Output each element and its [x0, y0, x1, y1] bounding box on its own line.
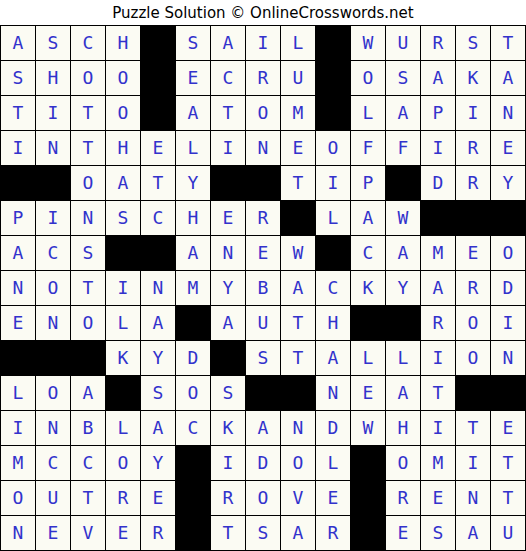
letter-cell: M — [421, 446, 455, 480]
letter-cell: N — [71, 201, 105, 235]
letter-cell: I — [421, 411, 455, 445]
black-cell — [1, 341, 35, 375]
letter-cell: P — [1, 201, 35, 235]
black-cell — [141, 236, 175, 270]
letter-cell: O — [71, 61, 105, 95]
black-cell — [211, 166, 245, 200]
letter-cell: E — [491, 411, 525, 445]
letter-cell: W — [281, 236, 315, 270]
black-cell — [141, 96, 175, 130]
letter-cell: E — [456, 236, 490, 270]
letter-cell: R — [456, 271, 490, 305]
letter-cell: P — [421, 96, 455, 130]
letter-cell: O — [36, 271, 70, 305]
letter-cell: I — [316, 166, 350, 200]
letter-cell: I — [456, 96, 490, 130]
letter-cell: T — [71, 96, 105, 130]
letter-cell: I — [36, 201, 70, 235]
letter-cell: I — [1, 411, 35, 445]
letter-cell: D — [421, 166, 455, 200]
letter-cell: A — [316, 341, 350, 375]
letter-cell: O — [106, 96, 140, 130]
letter-cell: N — [36, 131, 70, 165]
letter-cell: L — [176, 131, 210, 165]
letter-cell: I — [1, 131, 35, 165]
letter-cell: A — [456, 516, 490, 550]
letter-cell: E — [141, 481, 175, 515]
letter-cell: F — [386, 131, 420, 165]
letter-cell: W — [351, 26, 385, 60]
letter-cell: T — [141, 166, 175, 200]
letter-cell: S — [141, 376, 175, 410]
letter-cell: H — [386, 411, 420, 445]
black-cell — [316, 61, 350, 95]
letter-cell: R — [141, 516, 175, 550]
letter-cell: E — [141, 131, 175, 165]
letter-cell: A — [176, 236, 210, 270]
letter-cell: T — [281, 306, 315, 340]
letter-cell: L — [106, 306, 140, 340]
letter-cell: O — [316, 131, 350, 165]
letter-cell: A — [491, 61, 525, 95]
letter-cell: L — [281, 26, 315, 60]
letter-cell: L — [386, 341, 420, 375]
letter-cell: I — [421, 341, 455, 375]
black-cell — [211, 341, 245, 375]
letter-cell: L — [351, 96, 385, 130]
crossword-grid: ASCHSAILWURSTSHOOECRUOSAKATITOATOMLAPINI… — [0, 25, 526, 551]
letter-cell: C — [71, 26, 105, 60]
black-cell — [106, 236, 140, 270]
letter-cell: A — [421, 61, 455, 95]
letter-cell: D — [176, 341, 210, 375]
letter-cell: E — [176, 61, 210, 95]
letter-cell: A — [386, 236, 420, 270]
letter-cell: L — [351, 341, 385, 375]
letter-cell: C — [351, 236, 385, 270]
letter-cell: O — [106, 61, 140, 95]
letter-cell: L — [1, 376, 35, 410]
black-cell — [281, 376, 315, 410]
letter-cell: Y — [141, 341, 175, 375]
black-cell — [176, 516, 210, 550]
letter-cell: R — [456, 166, 490, 200]
letter-cell: I — [211, 131, 245, 165]
letter-cell: A — [421, 271, 455, 305]
black-cell — [316, 236, 350, 270]
letter-cell: W — [351, 411, 385, 445]
letter-cell: A — [281, 271, 315, 305]
letter-cell: R — [211, 481, 245, 515]
letter-cell: N — [141, 271, 175, 305]
black-cell — [491, 376, 525, 410]
letter-cell: A — [176, 96, 210, 130]
letter-cell: U — [281, 61, 315, 95]
letter-cell: I — [106, 271, 140, 305]
letter-cell: N — [281, 411, 315, 445]
black-cell — [456, 376, 490, 410]
letter-cell: T — [491, 26, 525, 60]
letter-cell: N — [456, 481, 490, 515]
letter-cell: K — [211, 411, 245, 445]
letter-cell: Y — [491, 166, 525, 200]
letter-cell: O — [36, 376, 70, 410]
black-cell — [281, 201, 315, 235]
letter-cell: P — [351, 166, 385, 200]
letter-cell: E — [36, 516, 70, 550]
letter-cell: O — [71, 306, 105, 340]
letter-cell: N — [491, 341, 525, 375]
letter-cell: Y — [141, 446, 175, 480]
letter-cell: E — [246, 236, 280, 270]
black-cell — [351, 481, 385, 515]
letter-cell: T — [211, 516, 245, 550]
letter-cell: A — [211, 26, 245, 60]
black-cell — [1, 166, 35, 200]
letter-cell: R — [246, 61, 280, 95]
black-cell — [71, 341, 105, 375]
letter-cell: N — [1, 271, 35, 305]
letter-cell: A — [106, 166, 140, 200]
black-cell — [141, 26, 175, 60]
letter-cell: A — [71, 376, 105, 410]
letter-cell: Y — [211, 271, 245, 305]
letter-cell: O — [1, 481, 35, 515]
letter-cell: N — [211, 236, 245, 270]
letter-cell: H — [36, 61, 70, 95]
letter-cell: I — [456, 446, 490, 480]
letter-cell: E — [281, 131, 315, 165]
letter-cell: I — [36, 96, 70, 130]
letter-cell: H — [106, 26, 140, 60]
letter-cell: T — [211, 96, 245, 130]
letter-cell: S — [36, 26, 70, 60]
black-cell — [176, 446, 210, 480]
letter-cell: E — [1, 306, 35, 340]
letter-cell: D — [316, 411, 350, 445]
letter-cell: I — [211, 446, 245, 480]
letter-cell: O — [386, 446, 420, 480]
letter-cell: A — [386, 96, 420, 130]
letter-cell: T — [491, 481, 525, 515]
letter-cell: S — [71, 236, 105, 270]
black-cell — [141, 61, 175, 95]
letter-cell: O — [281, 446, 315, 480]
letter-cell: A — [141, 306, 175, 340]
letter-cell: S — [106, 201, 140, 235]
letter-cell: T — [281, 341, 315, 375]
letter-cell: R — [316, 516, 350, 550]
letter-cell: T — [71, 131, 105, 165]
letter-cell: C — [316, 271, 350, 305]
letter-cell: W — [386, 201, 420, 235]
letter-cell: K — [351, 271, 385, 305]
letter-cell: A — [1, 236, 35, 270]
letter-cell: C — [36, 446, 70, 480]
letter-cell: T — [71, 481, 105, 515]
letter-cell: R — [106, 481, 140, 515]
letter-cell: V — [281, 481, 315, 515]
black-cell — [386, 166, 420, 200]
letter-cell: A — [351, 201, 385, 235]
black-cell — [491, 201, 525, 235]
letter-cell: O — [456, 341, 490, 375]
letter-cell: M — [176, 271, 210, 305]
letter-cell: S — [246, 341, 280, 375]
letter-cell: O — [456, 306, 490, 340]
letter-cell: S — [176, 26, 210, 60]
letter-cell: A — [141, 411, 175, 445]
letter-cell: C — [71, 446, 105, 480]
black-cell — [36, 341, 70, 375]
black-cell — [36, 166, 70, 200]
black-cell — [316, 96, 350, 130]
letter-cell: T — [71, 271, 105, 305]
letter-cell: T — [1, 96, 35, 130]
letter-cell: O — [176, 376, 210, 410]
letter-cell: N — [36, 411, 70, 445]
letter-cell: L — [106, 411, 140, 445]
black-cell — [456, 201, 490, 235]
black-cell — [386, 306, 420, 340]
letter-cell: A — [211, 306, 245, 340]
letter-cell: S — [421, 516, 455, 550]
letter-cell: O — [246, 96, 280, 130]
letter-cell: C — [141, 201, 175, 235]
letter-cell: T — [456, 411, 490, 445]
black-cell — [106, 376, 140, 410]
letter-cell: O — [351, 61, 385, 95]
letter-cell: T — [421, 376, 455, 410]
letter-cell: L — [316, 201, 350, 235]
letter-cell: K — [106, 341, 140, 375]
letter-cell: O — [106, 446, 140, 480]
letter-cell: F — [351, 131, 385, 165]
black-cell — [176, 481, 210, 515]
letter-cell: M — [1, 446, 35, 480]
letter-cell: D — [491, 271, 525, 305]
letter-cell: A — [386, 376, 420, 410]
letter-cell: N — [36, 306, 70, 340]
letter-cell: A — [281, 516, 315, 550]
page-title: Puzzle Solution © OnlineCrosswords.net — [0, 0, 526, 25]
black-cell — [246, 376, 280, 410]
letter-cell: U — [386, 26, 420, 60]
letter-cell: E — [106, 516, 140, 550]
puzzle-solution-page: Puzzle Solution © OnlineCrosswords.net A… — [0, 0, 526, 551]
letter-cell: V — [71, 516, 105, 550]
letter-cell: U — [36, 481, 70, 515]
letter-cell: A — [1, 26, 35, 60]
black-cell — [351, 446, 385, 480]
letter-cell: N — [316, 376, 350, 410]
letter-cell: R — [456, 131, 490, 165]
black-cell — [316, 26, 350, 60]
letter-cell: E — [421, 481, 455, 515]
letter-cell: E — [351, 376, 385, 410]
letter-cell: M — [421, 236, 455, 270]
letter-cell: H — [316, 306, 350, 340]
letter-cell: Y — [386, 271, 420, 305]
letter-cell: I — [421, 131, 455, 165]
black-cell — [351, 306, 385, 340]
letter-cell: N — [1, 516, 35, 550]
letter-cell: O — [491, 236, 525, 270]
letter-cell: A — [246, 411, 280, 445]
letter-cell: S — [456, 26, 490, 60]
letter-cell: U — [246, 306, 280, 340]
letter-cell: L — [316, 446, 350, 480]
letter-cell: R — [386, 481, 420, 515]
letter-cell: S — [386, 61, 420, 95]
letter-cell: N — [246, 131, 280, 165]
letter-cell: H — [106, 131, 140, 165]
letter-cell: N — [491, 96, 525, 130]
letter-cell: U — [491, 516, 525, 550]
black-cell — [176, 306, 210, 340]
letter-cell: C — [211, 61, 245, 95]
letter-cell: C — [176, 411, 210, 445]
letter-cell: C — [36, 236, 70, 270]
letter-cell: B — [246, 271, 280, 305]
letter-cell: S — [211, 376, 245, 410]
letter-cell: D — [246, 446, 280, 480]
letter-cell: O — [246, 481, 280, 515]
letter-cell: O — [71, 166, 105, 200]
letter-cell: K — [456, 61, 490, 95]
letter-cell: R — [421, 306, 455, 340]
letter-cell: Y — [176, 166, 210, 200]
letter-cell: H — [176, 201, 210, 235]
letter-cell: E — [211, 201, 245, 235]
letter-cell: I — [246, 26, 280, 60]
letter-cell: E — [386, 516, 420, 550]
black-cell — [246, 166, 280, 200]
letter-cell: E — [316, 481, 350, 515]
letter-cell: M — [281, 96, 315, 130]
black-cell — [421, 201, 455, 235]
letter-cell: S — [246, 516, 280, 550]
letter-cell: T — [491, 446, 525, 480]
letter-cell: B — [71, 411, 105, 445]
letter-cell: T — [281, 166, 315, 200]
black-cell — [351, 516, 385, 550]
letter-cell: R — [246, 201, 280, 235]
letter-cell: R — [421, 26, 455, 60]
letter-cell: I — [491, 306, 525, 340]
letter-cell: S — [1, 61, 35, 95]
letter-cell: E — [491, 131, 525, 165]
